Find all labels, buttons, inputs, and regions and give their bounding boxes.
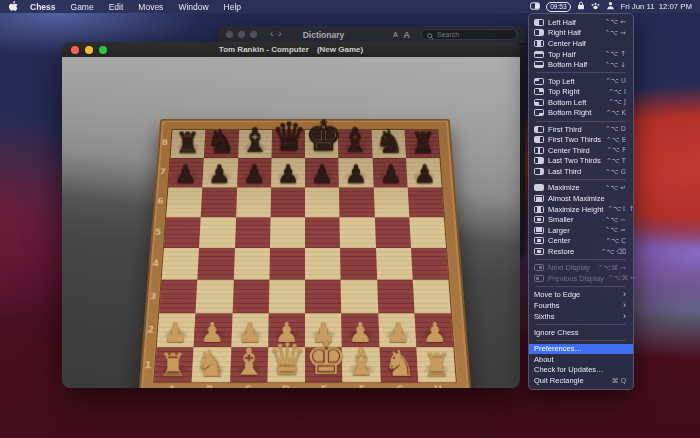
white-queen-d1[interactable]: ♛ <box>267 337 305 381</box>
square-b1[interactable]: ♞ <box>192 347 231 382</box>
square-a1[interactable]: ♜ <box>154 347 194 382</box>
maximize-height-icon <box>534 206 544 213</box>
bottom-left-icon <box>534 99 544 106</box>
menu-item-shortcut: ⌃⌥ ↵ <box>605 184 626 192</box>
first-two-thirds-icon <box>534 136 544 143</box>
menu-separator <box>536 179 626 180</box>
black-bishop-f8[interactable]: ♝ <box>339 124 373 157</box>
square-f8[interactable]: ♝ <box>338 130 372 158</box>
square-f5[interactable] <box>340 217 376 248</box>
square-a5[interactable] <box>164 217 201 248</box>
square-g4[interactable] <box>376 248 413 280</box>
square-f1[interactable]: ♝ <box>342 347 380 382</box>
back-button[interactable]: ‹ <box>270 29 273 39</box>
black-king-e8[interactable]: ♚ <box>305 115 339 157</box>
menu-item-preferences[interactable]: Preferences… <box>529 344 633 355</box>
first-third-icon <box>534 126 544 133</box>
menu-item-check-for-updates[interactable]: Check for Updates… <box>529 365 633 376</box>
center-icon <box>534 237 544 244</box>
menu-item-bottom-half[interactable]: Bottom Half⌃⌥ ↓ <box>529 59 633 70</box>
menu-item-right-half[interactable]: Right Half⌃⌥ → <box>529 28 633 39</box>
square-a4[interactable] <box>162 248 200 280</box>
board-grid: ♜♞♝♛♚♝♞♜♟♟♟♟♟♟♟♟♟♟♟♟♟♟♟♟♜♞♝♛♚♝♞♜ <box>153 129 457 383</box>
menu-item-label: Previous Display <box>548 274 604 283</box>
square-c8[interactable]: ♝ <box>238 130 272 158</box>
apple-logo-icon[interactable] <box>8 1 18 13</box>
menu-item-label: Sixths <box>534 312 554 321</box>
search-input[interactable] <box>437 31 507 38</box>
square-c7[interactable]: ♟ <box>237 158 272 187</box>
next-display-icon <box>534 264 544 271</box>
menu-item-left-half[interactable]: Left Half⌃⌥ ← <box>529 17 633 28</box>
black-pawn-d7[interactable]: ♟ <box>271 161 305 186</box>
menu-item-shortcut: ⌃⌥ J <box>608 98 626 106</box>
zoom-button[interactable] <box>250 31 257 38</box>
chess-content: ♜♞♝♛♚♝♞♜♟♟♟♟♟♟♟♟♟♟♟♟♟♟♟♟♜♞♝♛♚♝♞♜ 8765432… <box>62 57 520 388</box>
square-c3[interactable] <box>232 280 269 313</box>
menu-item-label: First Third <box>548 125 582 134</box>
white-knight-g1[interactable]: ♞ <box>380 345 418 381</box>
menu-item-label: Restore <box>548 247 574 256</box>
forward-button[interactable]: › <box>278 29 281 39</box>
square-h2[interactable]: ♟ <box>414 313 453 347</box>
menu-item-label: About <box>534 355 554 364</box>
chess-title-bar[interactable]: Tom Rankin - Computer(New Game) <box>62 42 520 57</box>
menu-item-shortcut: ⌃⌥ − <box>605 216 626 224</box>
menu-item-label: Move to Edge <box>534 290 580 299</box>
square-a2[interactable]: ♟ <box>157 313 196 347</box>
menu-separator <box>536 340 626 341</box>
menu-item-label: Center <box>548 236 571 245</box>
right-half-icon <box>534 29 544 36</box>
square-e6[interactable] <box>305 187 340 217</box>
menu-item-shortcut: ⌃⌥ → <box>605 29 626 37</box>
menu-item-smaller[interactable]: Smaller⌃⌥ − <box>529 214 633 225</box>
square-f4[interactable] <box>340 248 376 280</box>
file-label-c: C <box>229 384 267 388</box>
menu-item-shortcut: ⌃⌥⌘ → <box>598 264 626 272</box>
square-c4[interactable] <box>233 248 269 280</box>
square-b7[interactable]: ♟ <box>203 158 238 187</box>
black-queen-d8[interactable]: ♛ <box>271 118 305 157</box>
white-pawn-a2[interactable]: ♟ <box>157 319 194 346</box>
rank-label-1: 1 <box>141 360 154 370</box>
font-smaller-button[interactable]: A <box>393 31 398 38</box>
menu-item-label: First Two Thirds <box>548 135 601 144</box>
square-g3[interactable] <box>377 280 415 313</box>
square-b5[interactable] <box>199 217 235 248</box>
file-label-d: D <box>267 384 305 388</box>
menu-item-top-half[interactable]: Top Half⌃⌥ ↑ <box>529 49 633 60</box>
square-b4[interactable] <box>198 248 235 280</box>
square-a7[interactable]: ♟ <box>168 158 204 187</box>
menu-item-shortcut: ⌃⌥ F <box>606 146 626 154</box>
square-a6[interactable] <box>166 187 202 217</box>
menu-item-shortcut: ⌃⌥ ⌫ <box>601 248 626 256</box>
menu-item-about[interactable]: About <box>529 354 633 365</box>
square-f3[interactable] <box>341 280 378 313</box>
black-pawn-e7[interactable]: ♟ <box>305 161 339 186</box>
menu-item-restore[interactable]: Restore⌃⌥ ⌫ <box>529 246 633 257</box>
menu-item-shortcut: ⌃⌥ U <box>605 77 626 85</box>
white-king-e1[interactable]: ♚ <box>305 334 343 381</box>
window-title: Tom Rankin - Computer(New Game) <box>62 45 520 54</box>
square-f7[interactable]: ♟ <box>339 158 374 187</box>
left-half-icon <box>534 19 544 26</box>
menu-bar-item-chess[interactable]: Chess <box>30 2 56 12</box>
menu-bar-item-window[interactable]: Window <box>178 2 208 12</box>
menu-item-label: Bottom Half <box>548 60 587 69</box>
menu-item-label: Center Half <box>548 39 586 48</box>
menu-item-bottom-left[interactable]: Bottom Left⌃⌥ J <box>529 97 633 108</box>
rank-label-7: 7 <box>157 167 169 175</box>
bottom-right-icon <box>534 109 544 116</box>
menu-item-center-half[interactable]: Center Half <box>529 38 633 49</box>
font-larger-button[interactable]: A <box>403 29 410 40</box>
menu-bar-items: ChessGameEditMovesWindowHelp <box>30 2 241 12</box>
menu-item-maximize[interactable]: Maximize⌃⌥ ↵ <box>529 183 633 194</box>
menu-item-first-two-thirds[interactable]: First Two Thirds⌃⌥ E <box>529 135 633 146</box>
menu-item-quit-rectangle[interactable]: Quit Rectangle⌘ Q <box>529 375 633 386</box>
square-c6[interactable] <box>236 187 271 217</box>
white-bishop-c1[interactable]: ♝ <box>230 344 268 381</box>
submenu-chevron-icon: › <box>623 312 626 321</box>
square-g8[interactable]: ♞ <box>371 130 406 158</box>
menu-item-label: Last Third <box>548 167 581 176</box>
file-label-g: G <box>381 384 420 388</box>
square-g1[interactable]: ♞ <box>379 347 418 382</box>
almost-maximize-icon <box>534 195 544 202</box>
square-g7[interactable]: ♟ <box>372 158 407 187</box>
menu-item-label: Top Left <box>548 77 575 86</box>
rectangle-app-icon[interactable] <box>530 2 540 12</box>
rank-label-5: 5 <box>152 227 165 236</box>
square-a8[interactable]: ♜ <box>171 130 206 158</box>
menu-item-label: Top Right <box>548 87 580 96</box>
menu-item-shortcut: ⌃⌥ C <box>606 237 626 245</box>
minimize-button[interactable] <box>238 31 245 38</box>
square-b8[interactable]: ♞ <box>204 130 239 158</box>
square-h6[interactable] <box>407 187 443 217</box>
submenu-chevron-icon: › <box>623 290 626 299</box>
square-h8[interactable]: ♜ <box>404 130 439 158</box>
square-h1[interactable]: ♜ <box>416 347 456 382</box>
menu-item-center[interactable]: Center⌃⌥ C <box>529 236 633 247</box>
square-g6[interactable] <box>373 187 409 217</box>
menu-item-label: Next Display <box>548 263 590 272</box>
last-two-thirds-icon <box>534 157 544 164</box>
menu-item-ignore-chess[interactable]: Ignore Chess <box>529 327 633 338</box>
menu-item-sixths[interactable]: Sixths› <box>529 311 633 322</box>
time-label: 12:07 PM <box>659 2 692 11</box>
menu-item-next-display[interactable]: Next Display⌃⌥⌘ → <box>529 263 633 274</box>
black-pawn-f7[interactable]: ♟ <box>339 161 373 186</box>
menu-item-label: Right Half <box>548 28 581 37</box>
menu-bar-item-edit[interactable]: Edit <box>109 2 124 12</box>
rank-label-6: 6 <box>154 197 166 205</box>
menu-item-move-to-edge[interactable]: Move to Edge› <box>529 290 633 301</box>
menu-separator <box>536 72 626 73</box>
menu-bar-item-game[interactable]: Game <box>71 2 94 12</box>
user-icon[interactable] <box>606 1 615 12</box>
menu-item-shortcut: ⌃⌥ = <box>605 226 626 234</box>
menu-separator <box>536 324 626 325</box>
menu-item-shortcut: ⌃⌥⌘ ← <box>608 274 636 282</box>
square-e1[interactable]: ♚ <box>305 347 343 382</box>
menu-item-label: Maximize Height <box>548 205 603 214</box>
menu-item-previous-display[interactable]: Previous Display⌃⌥⌘ ← <box>529 273 633 284</box>
square-d1[interactable]: ♛ <box>267 347 305 382</box>
square-f6[interactable] <box>339 187 374 217</box>
menu-item-shortcut: ⌃⌥ I <box>608 88 626 96</box>
menu-item-label: Almost Maximize <box>548 194 605 203</box>
menu-item-label: Ignore Chess <box>534 328 579 337</box>
menu-item-label: Bottom Left <box>548 98 586 107</box>
black-pawn-g7[interactable]: ♟ <box>373 161 407 186</box>
square-e7[interactable]: ♟ <box>305 158 339 187</box>
menu-item-top-left[interactable]: Top Left⌃⌥ U <box>529 76 633 87</box>
square-c1[interactable]: ♝ <box>230 347 268 382</box>
black-pawn-c7[interactable]: ♟ <box>237 161 271 186</box>
search-field[interactable] <box>421 29 517 40</box>
date-label: Fri Jun 11 <box>621 2 655 11</box>
center-third-icon <box>534 147 544 154</box>
prev-display-icon <box>534 275 544 282</box>
black-pawn-h7[interactable]: ♟ <box>407 161 441 186</box>
square-h4[interactable] <box>411 248 449 280</box>
top-half-icon <box>534 51 544 58</box>
menu-separator <box>536 259 626 260</box>
square-d5[interactable] <box>270 217 305 248</box>
timer-pill[interactable]: 09:53 <box>546 2 570 12</box>
menu-item-shortcut: ⌃⌥ T <box>606 157 626 165</box>
menu-item-center-third[interactable]: Center Third⌃⌥ F <box>529 145 633 156</box>
white-knight-b1[interactable]: ♞ <box>192 345 230 381</box>
black-rook-h8[interactable]: ♜ <box>406 129 440 158</box>
square-e8[interactable]: ♚ <box>305 130 339 158</box>
file-label-h: H <box>419 384 458 388</box>
board-scene: ♜♞♝♛♚♝♞♜♟♟♟♟♟♟♟♟♟♟♟♟♟♟♟♟♜♞♝♛♚♝♞♜ 8765432… <box>150 93 460 388</box>
menu-item-label: Top Half <box>548 50 576 59</box>
white-bishop-f1[interactable]: ♝ <box>343 344 381 381</box>
rectangle-menu: Left Half⌃⌥ ←Right Half⌃⌥ →Center HalfTo… <box>528 13 634 390</box>
menu-item-last-two-thirds[interactable]: Last Two Thirds⌃⌥ T <box>529 156 633 167</box>
close-button[interactable] <box>226 31 233 38</box>
bottom-half-icon <box>534 61 544 68</box>
menu-item-label: Check for Updates… <box>534 365 604 374</box>
rank-label-4: 4 <box>149 259 162 268</box>
menu-item-label: Maximize <box>548 183 580 192</box>
last-third-icon <box>534 168 544 175</box>
square-d8[interactable]: ♛ <box>271 130 305 158</box>
black-rook-a8[interactable]: ♜ <box>171 129 205 158</box>
black-bishop-c8[interactable]: ♝ <box>238 124 272 157</box>
white-rook-a1[interactable]: ♜ <box>154 349 192 381</box>
black-pawn-b7[interactable]: ♟ <box>203 161 237 186</box>
file-label-f: F <box>343 384 381 388</box>
square-c5[interactable] <box>235 217 271 248</box>
menu-bar-item-moves[interactable]: Moves <box>138 2 163 12</box>
file-label-a: A <box>152 384 191 388</box>
menu-item-label: Center Third <box>548 146 590 155</box>
menu-item-bottom-right[interactable]: Bottom Right⌃⌥ K <box>529 108 633 119</box>
menu-item-fourths[interactable]: Fourths› <box>529 300 633 311</box>
square-h3[interactable] <box>412 280 450 313</box>
menu-item-shortcut: ⌘ Q <box>612 377 626 385</box>
square-h5[interactable] <box>409 217 446 248</box>
menu-item-label: Fourths <box>534 301 559 310</box>
black-pawn-a7[interactable]: ♟ <box>168 161 202 186</box>
smaller-icon <box>534 216 544 223</box>
menu-item-shortcut: ⌃⌥ D <box>605 125 626 133</box>
menu-item-first-third[interactable]: First Third⌃⌥ D <box>529 124 633 135</box>
menu-item-label: Bottom Right <box>548 108 591 117</box>
square-e3[interactable] <box>305 280 341 313</box>
menu-item-label: Quit Rectangle <box>534 376 584 385</box>
menu-item-label: Larger <box>548 226 570 235</box>
rank-label-2: 2 <box>144 325 157 335</box>
menu-item-shortcut: ⌃⌥ K <box>606 109 626 117</box>
menu-item-maximize-height[interactable]: Maximize Height⌃⌥⇧ ↑ <box>529 204 633 215</box>
top-left-icon <box>534 78 544 85</box>
search-icon <box>427 26 434 44</box>
rank-label-8: 8 <box>159 139 171 147</box>
menu-item-almost-maximize[interactable]: Almost Maximize <box>529 193 633 204</box>
menu-separator <box>536 121 626 122</box>
menu-item-label: Smaller <box>548 215 573 224</box>
black-knight-g8[interactable]: ♞ <box>372 125 406 157</box>
chess-window: Tom Rankin - Computer(New Game) ♜♞♝♛♚♝♞♜… <box>62 42 520 388</box>
paw-icon[interactable] <box>591 2 600 12</box>
square-e5[interactable] <box>305 217 340 248</box>
center-half-icon <box>534 40 544 47</box>
square-b6[interactable] <box>201 187 237 217</box>
menu-item-label: Last Two Thirds <box>548 156 601 165</box>
menu-item-last-third[interactable]: Last Third⌃⌥ G <box>529 166 633 177</box>
menu-separator <box>536 286 626 287</box>
square-d6[interactable] <box>270 187 305 217</box>
menu-bar-clock[interactable]: Fri Jun 11 12:07 PM <box>621 2 692 11</box>
game-state-label: (New Game) <box>317 45 363 54</box>
window-title: Dictionary <box>303 30 345 40</box>
rank-label-3: 3 <box>147 291 160 300</box>
menu-item-shortcut: ⌃⌥ ↑ <box>605 50 626 58</box>
top-right-icon <box>534 88 544 95</box>
larger-icon <box>534 227 544 234</box>
square-h7[interactable]: ♟ <box>406 158 442 187</box>
menu-item-top-right[interactable]: Top Right⌃⌥ I <box>529 86 633 97</box>
square-g5[interactable] <box>374 217 410 248</box>
black-knight-b8[interactable]: ♞ <box>204 125 238 157</box>
square-d7[interactable]: ♟ <box>271 158 305 187</box>
file-label-e: E <box>305 384 343 388</box>
menu-item-shortcut: ⌃⌥ G <box>605 168 626 176</box>
menu-item-shortcut: ⌃⌥ ↓ <box>605 61 626 69</box>
menu-item-larger[interactable]: Larger⌃⌥ = <box>529 225 633 236</box>
submenu-chevron-icon: › <box>623 301 626 310</box>
square-d3[interactable] <box>269 280 305 313</box>
menu-item-shortcut: ⌃⌥ E <box>606 136 626 144</box>
menu-item-label: Preferences… <box>534 344 582 353</box>
menu-bar-status: 09:53 Fri Jun 11 12:07 PM <box>530 1 692 12</box>
menu-bar: ChessGameEditMovesWindowHelp 09:53 Fri J… <box>0 0 700 13</box>
white-rook-h1[interactable]: ♜ <box>418 349 456 381</box>
menu-bar-item-help[interactable]: Help <box>224 2 241 12</box>
maximize-icon <box>534 184 544 191</box>
restore-icon <box>534 248 544 255</box>
square-e4[interactable] <box>305 248 341 280</box>
square-a3[interactable] <box>159 280 197 313</box>
chess-board: ♜♞♝♛♚♝♞♜♟♟♟♟♟♟♟♟♟♟♟♟♟♟♟♟♜♞♝♛♚♝♞♜ 8765432… <box>138 119 472 388</box>
square-b3[interactable] <box>196 280 234 313</box>
square-d4[interactable] <box>269 248 305 280</box>
white-pawn-h2[interactable]: ♟ <box>416 319 453 346</box>
menu-item-label: Left Half <box>548 18 576 27</box>
lock-icon[interactable] <box>577 1 585 12</box>
menu-item-shortcut: ⌃⌥ ← <box>605 18 626 26</box>
menu-item-shortcut: ⌃⌥⇧ ↑ <box>607 205 634 213</box>
file-label-b: B <box>190 384 229 388</box>
